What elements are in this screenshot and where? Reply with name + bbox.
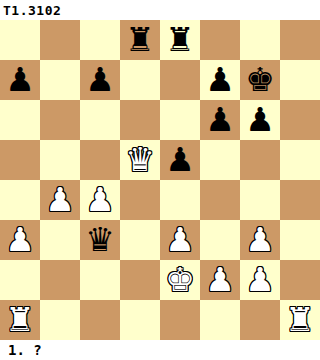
square-c6[interactable] — [80, 100, 120, 140]
black-king-icon: ♚ — [240, 60, 280, 100]
square-d2[interactable] — [120, 260, 160, 300]
square-h4[interactable] — [280, 180, 320, 220]
square-b1[interactable] — [40, 300, 80, 340]
white-pawn-icon: ♟ — [240, 260, 280, 300]
chess-board: ♜♜♟♟♟♚♟♟♛♟♟♟♟♛♟♟♚♟♟♜♜ — [0, 20, 320, 340]
white-pawn-icon: ♟ — [40, 180, 80, 220]
square-f4[interactable] — [200, 180, 240, 220]
square-g6[interactable]: ♟ — [240, 100, 280, 140]
square-d5[interactable]: ♛ — [120, 140, 160, 180]
square-b6[interactable] — [40, 100, 80, 140]
square-a2[interactable] — [0, 260, 40, 300]
square-a6[interactable] — [0, 100, 40, 140]
square-e3[interactable]: ♟ — [160, 220, 200, 260]
square-h2[interactable] — [280, 260, 320, 300]
square-b3[interactable] — [40, 220, 80, 260]
square-f3[interactable] — [200, 220, 240, 260]
black-pawn-icon: ♟ — [80, 60, 120, 100]
prompt-bar: 1. ? — [0, 340, 320, 360]
black-rook-icon: ♜ — [160, 20, 200, 60]
square-f2[interactable]: ♟ — [200, 260, 240, 300]
square-d4[interactable] — [120, 180, 160, 220]
square-c1[interactable] — [80, 300, 120, 340]
square-d7[interactable] — [120, 60, 160, 100]
black-pawn-icon: ♟ — [160, 140, 200, 180]
square-f5[interactable] — [200, 140, 240, 180]
white-pawn-icon: ♟ — [240, 220, 280, 260]
black-pawn-icon: ♟ — [200, 100, 240, 140]
square-g3[interactable]: ♟ — [240, 220, 280, 260]
square-f1[interactable] — [200, 300, 240, 340]
square-a1[interactable]: ♜ — [0, 300, 40, 340]
square-h8[interactable] — [280, 20, 320, 60]
square-b8[interactable] — [40, 20, 80, 60]
square-h3[interactable] — [280, 220, 320, 260]
white-rook-icon: ♜ — [280, 300, 320, 340]
square-b5[interactable] — [40, 140, 80, 180]
square-c3[interactable]: ♛ — [80, 220, 120, 260]
square-a5[interactable] — [0, 140, 40, 180]
square-a4[interactable] — [0, 180, 40, 220]
square-e2[interactable]: ♚ — [160, 260, 200, 300]
square-b2[interactable] — [40, 260, 80, 300]
white-pawn-icon: ♟ — [200, 260, 240, 300]
puzzle-title: T1.3102 — [3, 3, 61, 18]
white-queen-icon: ♛ — [120, 140, 160, 180]
black-rook-icon: ♜ — [120, 20, 160, 60]
square-h1[interactable]: ♜ — [280, 300, 320, 340]
square-h6[interactable] — [280, 100, 320, 140]
square-g7[interactable]: ♚ — [240, 60, 280, 100]
move-prompt: 1. ? — [8, 342, 42, 358]
square-g8[interactable] — [240, 20, 280, 60]
square-g4[interactable] — [240, 180, 280, 220]
square-a3[interactable]: ♟ — [0, 220, 40, 260]
square-d6[interactable] — [120, 100, 160, 140]
square-f7[interactable]: ♟ — [200, 60, 240, 100]
white-rook-icon: ♜ — [0, 300, 40, 340]
square-e7[interactable] — [160, 60, 200, 100]
black-queen-icon: ♛ — [80, 220, 120, 260]
square-d3[interactable] — [120, 220, 160, 260]
black-pawn-icon: ♟ — [0, 60, 40, 100]
black-pawn-icon: ♟ — [200, 60, 240, 100]
square-h5[interactable] — [280, 140, 320, 180]
square-c4[interactable]: ♟ — [80, 180, 120, 220]
square-g1[interactable] — [240, 300, 280, 340]
square-b4[interactable]: ♟ — [40, 180, 80, 220]
white-pawn-icon: ♟ — [160, 220, 200, 260]
square-c2[interactable] — [80, 260, 120, 300]
square-c5[interactable] — [80, 140, 120, 180]
square-h7[interactable] — [280, 60, 320, 100]
square-d8[interactable]: ♜ — [120, 20, 160, 60]
square-c7[interactable]: ♟ — [80, 60, 120, 100]
square-e8[interactable]: ♜ — [160, 20, 200, 60]
square-b7[interactable] — [40, 60, 80, 100]
white-pawn-icon: ♟ — [80, 180, 120, 220]
white-king-icon: ♚ — [160, 260, 200, 300]
square-a8[interactable] — [0, 20, 40, 60]
square-g2[interactable]: ♟ — [240, 260, 280, 300]
square-a7[interactable]: ♟ — [0, 60, 40, 100]
square-e6[interactable] — [160, 100, 200, 140]
white-pawn-icon: ♟ — [0, 220, 40, 260]
square-e1[interactable] — [160, 300, 200, 340]
title-bar: T1.3102 — [0, 0, 320, 20]
black-pawn-icon: ♟ — [240, 100, 280, 140]
square-e4[interactable] — [160, 180, 200, 220]
square-g5[interactable] — [240, 140, 280, 180]
square-c8[interactable] — [80, 20, 120, 60]
square-e5[interactable]: ♟ — [160, 140, 200, 180]
square-f6[interactable]: ♟ — [200, 100, 240, 140]
square-f8[interactable] — [200, 20, 240, 60]
square-d1[interactable] — [120, 300, 160, 340]
